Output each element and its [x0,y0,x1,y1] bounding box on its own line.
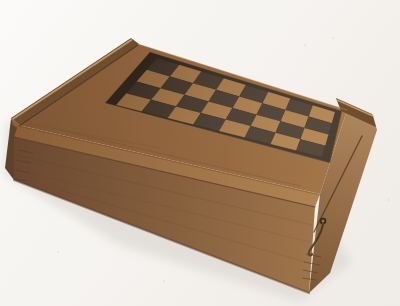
dust-speck [388,199,389,200]
dust-speck [57,251,58,252]
dust-speck [332,37,333,38]
photo-of-games-box [0,0,400,306]
dust-speck [163,280,164,281]
scene-canvas [0,0,400,306]
dust-speck [304,44,305,45]
